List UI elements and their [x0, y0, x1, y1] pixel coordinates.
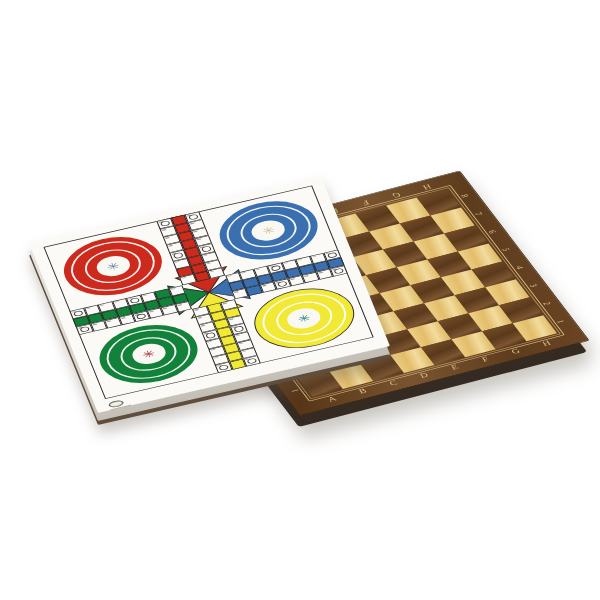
safe-cell-circle	[79, 326, 90, 333]
parchis-board: ✳✳✳✳	[0, 0, 600, 600]
pinwheel-icon: ✳	[141, 348, 157, 359]
parchis-board-face: ✳✳✳✳	[29, 176, 390, 413]
product-photo-scene: ABCDEFGH ABCDEFGH 87654321 87654321 ✳✳✳✳	[0, 0, 600, 600]
pinwheel-icon: ✳	[105, 260, 121, 271]
safe-cell-circle	[334, 268, 345, 275]
safe-cell-circle	[277, 281, 288, 288]
track-cell	[243, 355, 260, 366]
safe-cell-circle	[136, 313, 147, 320]
safe-cell-circle	[246, 358, 257, 365]
pinwheel-icon: ✳	[296, 313, 312, 324]
pinwheel-icon: ✳	[261, 225, 277, 236]
safe-cell-circle	[218, 364, 229, 371]
